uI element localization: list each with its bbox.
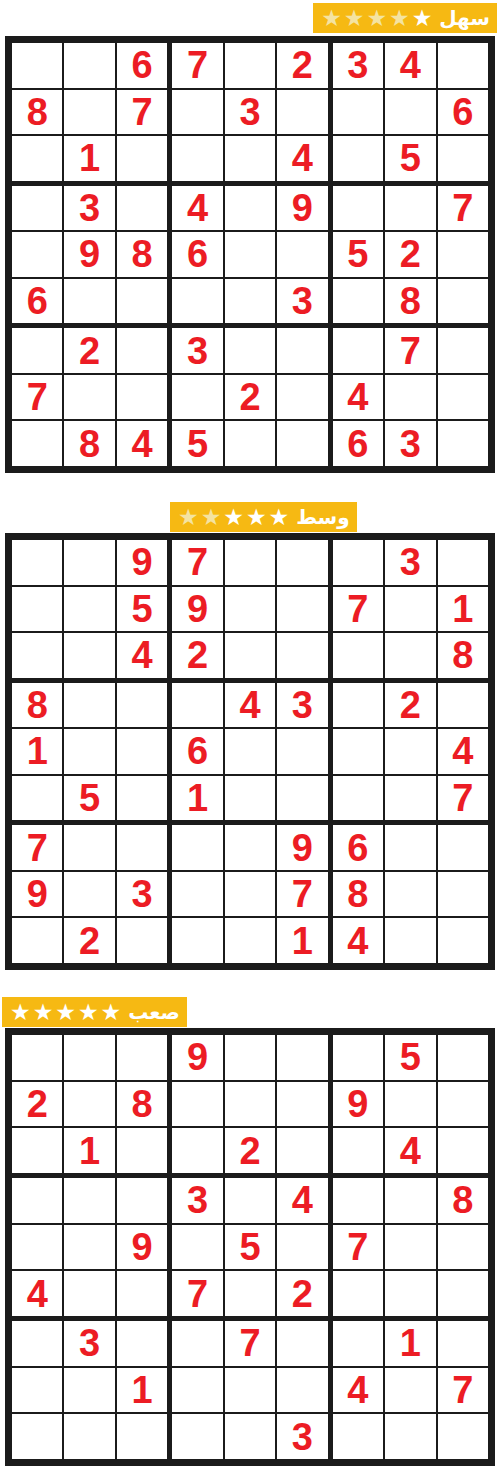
cell-r3c1[interactable] bbox=[12, 633, 62, 678]
cell-r4c9[interactable] bbox=[438, 683, 488, 728]
cell-r2c6[interactable] bbox=[277, 90, 327, 135]
sudoku-box: 792 bbox=[172, 540, 327, 678]
cell-r5c6[interactable] bbox=[277, 729, 327, 774]
cell-r9c3[interactable]: 4 bbox=[117, 421, 167, 466]
cell-r3c4[interactable] bbox=[172, 136, 222, 181]
cell-r1c8[interactable]: 4 bbox=[385, 43, 435, 88]
cell-r8c7[interactable]: 4 bbox=[333, 375, 383, 420]
cell-r3c2[interactable]: 1 bbox=[64, 1128, 114, 1173]
cell-r7c2[interactable] bbox=[64, 825, 114, 870]
star-filled-icon: ★ bbox=[412, 7, 433, 30]
cell-r5c1[interactable] bbox=[12, 232, 62, 277]
cell-r2c7[interactable]: 7 bbox=[333, 587, 383, 632]
cell-r3c8[interactable]: 4 bbox=[385, 1128, 435, 1173]
cell-r9c3[interactable] bbox=[117, 918, 167, 963]
cell-r3c1[interactable] bbox=[12, 136, 62, 181]
cell-r1c7[interactable] bbox=[333, 1035, 383, 1080]
cell-r7c7[interactable] bbox=[333, 328, 383, 373]
cell-r1c6[interactable] bbox=[277, 540, 327, 585]
cell-r2c5[interactable] bbox=[225, 587, 275, 632]
cell-r1c9[interactable] bbox=[438, 43, 488, 88]
cell-r5c3[interactable] bbox=[117, 729, 167, 774]
cell-r6c8[interactable] bbox=[385, 1271, 435, 1316]
cell-r3c2[interactable]: 1 bbox=[64, 136, 114, 181]
cell-r3c8[interactable] bbox=[385, 633, 435, 678]
sudoku-box: 94 bbox=[12, 1178, 167, 1316]
cell-r3c2[interactable] bbox=[64, 633, 114, 678]
cell-r2c7[interactable] bbox=[333, 90, 383, 135]
cell-r5c7[interactable] bbox=[333, 729, 383, 774]
cell-r4c3[interactable] bbox=[117, 683, 167, 728]
cell-r5c1[interactable]: 1 bbox=[12, 729, 62, 774]
cell-r6c8[interactable] bbox=[385, 776, 435, 821]
cell-r9c2[interactable] bbox=[64, 1414, 114, 1459]
cell-r7c2[interactable]: 2 bbox=[64, 328, 114, 373]
difficulty-banner-hard: صعب ★★★★★ bbox=[2, 997, 187, 1027]
sudoku-box: 7528 bbox=[333, 186, 488, 324]
sudoku-box: 4963 bbox=[172, 186, 327, 324]
cell-r2c6[interactable] bbox=[277, 587, 327, 632]
cell-r7c6[interactable] bbox=[277, 328, 327, 373]
cell-r1c3[interactable] bbox=[117, 1035, 167, 1080]
cell-r2c9[interactable]: 6 bbox=[438, 90, 488, 135]
cell-r3c3[interactable]: 4 bbox=[117, 633, 167, 678]
cell-r7c8[interactable]: 1 bbox=[385, 1321, 435, 1366]
cell-r8c2[interactable] bbox=[64, 375, 114, 420]
cell-r2c4[interactable] bbox=[172, 1082, 222, 1127]
cell-r9c7[interactable] bbox=[333, 1414, 383, 1459]
cell-r2c8[interactable] bbox=[385, 90, 435, 135]
cell-r4c6[interactable]: 3 bbox=[277, 683, 327, 728]
cell-r7c3[interactable] bbox=[117, 328, 167, 373]
cell-r3c7[interactable] bbox=[333, 136, 383, 181]
sudoku-box: 4361 bbox=[172, 683, 327, 821]
cell-r8c5[interactable] bbox=[225, 872, 275, 917]
cell-r1c4[interactable]: 7 bbox=[172, 540, 222, 585]
cell-r9c9[interactable] bbox=[438, 918, 488, 963]
cell-r2c4[interactable] bbox=[172, 90, 222, 135]
cell-r5c2[interactable] bbox=[64, 1225, 114, 1270]
cell-r5c9[interactable] bbox=[438, 232, 488, 277]
cell-r9c1[interactable] bbox=[12, 918, 62, 963]
difficulty-banner-easy: سهل ★★★★★ bbox=[313, 3, 497, 33]
cell-r6c2[interactable]: 5 bbox=[64, 776, 114, 821]
cell-r1c1[interactable] bbox=[12, 43, 62, 88]
cell-r2c7[interactable]: 9 bbox=[333, 1082, 383, 1127]
star-empty-icon: ★ bbox=[389, 7, 410, 30]
cell-r6c3[interactable] bbox=[117, 279, 167, 324]
cell-r4c6[interactable]: 9 bbox=[277, 186, 327, 231]
cell-r4c4[interactable]: 3 bbox=[172, 1178, 222, 1223]
cell-r7c3[interactable] bbox=[117, 825, 167, 870]
sudoku-box: 3986 bbox=[12, 186, 167, 324]
cell-r5c2[interactable] bbox=[64, 729, 114, 774]
cell-r7c5[interactable]: 7 bbox=[225, 1321, 275, 1366]
cell-r5c9[interactable] bbox=[438, 1225, 488, 1270]
cell-r8c9[interactable]: 7 bbox=[438, 1368, 488, 1413]
cell-r2c4[interactable]: 9 bbox=[172, 587, 222, 632]
cell-r5c4[interactable]: 6 bbox=[172, 232, 222, 277]
star-empty-icon: ★ bbox=[366, 7, 387, 30]
cell-r2c8[interactable] bbox=[385, 1082, 435, 1127]
cell-r8c1[interactable]: 9 bbox=[12, 872, 62, 917]
cell-r8c5[interactable]: 2 bbox=[225, 375, 275, 420]
cell-r5c5[interactable] bbox=[225, 729, 275, 774]
cell-r6c6[interactable]: 3 bbox=[277, 279, 327, 324]
star-filled-icon: ★ bbox=[78, 1001, 99, 1024]
cell-r7c4[interactable] bbox=[172, 825, 222, 870]
cell-r7c8[interactable]: 7 bbox=[385, 328, 435, 373]
cell-r6c4[interactable]: 7 bbox=[172, 1271, 222, 1316]
sudoku-box: 6871 bbox=[12, 43, 167, 181]
cell-r8c6[interactable] bbox=[277, 1368, 327, 1413]
sudoku-box: 684 bbox=[333, 825, 488, 963]
cell-r1c5[interactable] bbox=[225, 43, 275, 88]
cell-r2c3[interactable]: 8 bbox=[117, 1082, 167, 1127]
cell-r2c1[interactable]: 2 bbox=[12, 1082, 62, 1127]
star-rating-medium: ★★★★★ bbox=[177, 506, 290, 529]
sudoku-box: 7234 bbox=[172, 43, 327, 181]
difficulty-label-easy: سهل bbox=[439, 8, 490, 28]
cell-r7c5[interactable] bbox=[225, 825, 275, 870]
cell-r4c4[interactable]: 4 bbox=[172, 186, 222, 231]
cell-r6c4[interactable] bbox=[172, 279, 222, 324]
sudoku-box: 325 bbox=[172, 328, 327, 466]
cell-r5c2[interactable]: 9 bbox=[64, 232, 114, 277]
cell-r8c9[interactable] bbox=[438, 375, 488, 420]
cell-r4c7[interactable] bbox=[333, 1178, 383, 1223]
cell-r6c2[interactable] bbox=[64, 279, 114, 324]
cell-r2c1[interactable]: 8 bbox=[12, 90, 62, 135]
cell-r4c2[interactable] bbox=[64, 683, 114, 728]
sudoku-box: 281 bbox=[12, 1035, 167, 1173]
sudoku-box: 971 bbox=[172, 825, 327, 963]
cell-r7c1[interactable] bbox=[12, 1321, 62, 1366]
cell-r4c3[interactable] bbox=[117, 186, 167, 231]
cell-r3c9[interactable] bbox=[438, 1128, 488, 1173]
cell-r6c4[interactable]: 1 bbox=[172, 776, 222, 821]
cell-r3c5[interactable] bbox=[225, 136, 275, 181]
difficulty-label-medium: وسط bbox=[296, 507, 350, 527]
cell-r8c4[interactable] bbox=[172, 375, 222, 420]
cell-r7c4[interactable]: 3 bbox=[172, 328, 222, 373]
cell-r4c2[interactable]: 3 bbox=[64, 186, 114, 231]
cell-r4c5[interactable] bbox=[225, 1178, 275, 1223]
cell-r7c8[interactable] bbox=[385, 825, 435, 870]
cell-r6c5[interactable] bbox=[225, 279, 275, 324]
cell-r8c2[interactable] bbox=[64, 872, 114, 917]
cell-r7c2[interactable]: 3 bbox=[64, 1321, 114, 1366]
cell-r9c1[interactable] bbox=[12, 421, 62, 466]
cell-r3c1[interactable] bbox=[12, 1128, 62, 1173]
cell-r8c6[interactable]: 7 bbox=[277, 872, 327, 917]
sudoku-box: 3718 bbox=[333, 540, 488, 678]
cell-r9c9[interactable] bbox=[438, 1414, 488, 1459]
cell-r8c1[interactable]: 7 bbox=[12, 375, 62, 420]
cell-r9c4[interactable] bbox=[172, 1414, 222, 1459]
sudoku-box: 247 bbox=[333, 683, 488, 821]
cell-r9c4[interactable] bbox=[172, 918, 222, 963]
star-rating-hard: ★★★★★ bbox=[9, 1001, 122, 1024]
cell-r8c3[interactable]: 1 bbox=[117, 1368, 167, 1413]
cell-r9c5[interactable] bbox=[225, 918, 275, 963]
cell-r5c8[interactable] bbox=[385, 729, 435, 774]
cell-r6c9[interactable] bbox=[438, 1271, 488, 1316]
cell-r8c8[interactable] bbox=[385, 375, 435, 420]
sudoku-box: 2784 bbox=[12, 328, 167, 466]
cell-r8c1[interactable] bbox=[12, 1368, 62, 1413]
cell-r3c7[interactable] bbox=[333, 1128, 383, 1173]
cell-r5c7[interactable]: 5 bbox=[333, 232, 383, 277]
cell-r4c1[interactable] bbox=[12, 1178, 62, 1223]
sudoku-box: 3465 bbox=[333, 43, 488, 181]
cell-r1c6[interactable]: 2 bbox=[277, 43, 327, 88]
sudoku-board-medium: 954792371881543612477932971684 bbox=[5, 533, 495, 970]
cell-r8c5[interactable] bbox=[225, 1368, 275, 1413]
cell-r3c6[interactable] bbox=[277, 1128, 327, 1173]
sudoku-box: 92 bbox=[172, 1035, 327, 1173]
cell-r1c3[interactable]: 9 bbox=[117, 540, 167, 585]
cell-r4c8[interactable] bbox=[385, 1178, 435, 1223]
cell-r2c2[interactable] bbox=[64, 1082, 114, 1127]
cell-r6c7[interactable] bbox=[333, 1271, 383, 1316]
cell-r5c5[interactable] bbox=[225, 232, 275, 277]
cell-r2c5[interactable] bbox=[225, 1082, 275, 1127]
cell-r2c8[interactable] bbox=[385, 587, 435, 632]
cell-r6c7[interactable] bbox=[333, 279, 383, 324]
cell-r6c6[interactable]: 2 bbox=[277, 1271, 327, 1316]
cell-r4c4[interactable] bbox=[172, 683, 222, 728]
sudoku-box: 31 bbox=[12, 1321, 167, 1459]
sudoku-board-hard: 281925949434572873173147 bbox=[5, 1028, 495, 1466]
sudoku-box: 7932 bbox=[12, 825, 167, 963]
cell-r8c3[interactable]: 3 bbox=[117, 872, 167, 917]
sudoku-box: 7463 bbox=[333, 328, 488, 466]
star-filled-icon: ★ bbox=[55, 1001, 76, 1024]
cell-r6c5[interactable] bbox=[225, 776, 275, 821]
cell-r3c5[interactable]: 2 bbox=[225, 1128, 275, 1173]
sudoku-page: سهل ★★★★★ 687172343465398649637528278432… bbox=[0, 0, 500, 1472]
cell-r5c4[interactable] bbox=[172, 1225, 222, 1270]
cell-r2c2[interactable] bbox=[64, 587, 114, 632]
cell-r7c7[interactable]: 6 bbox=[333, 825, 383, 870]
cell-r7c4[interactable] bbox=[172, 1321, 222, 1366]
cell-r9c3[interactable] bbox=[117, 1414, 167, 1459]
star-filled-icon: ★ bbox=[101, 1001, 122, 1024]
cell-r1c7[interactable] bbox=[333, 540, 383, 585]
cell-r3c6[interactable] bbox=[277, 633, 327, 678]
cell-r1c1[interactable] bbox=[12, 540, 62, 585]
cell-r1c1[interactable] bbox=[12, 1035, 62, 1080]
cell-r1c9[interactable] bbox=[438, 540, 488, 585]
cell-r5c6[interactable] bbox=[277, 232, 327, 277]
cell-r8c6[interactable] bbox=[277, 375, 327, 420]
star-filled-icon: ★ bbox=[223, 506, 244, 529]
cell-r9c8[interactable]: 3 bbox=[385, 421, 435, 466]
cell-r9c8[interactable] bbox=[385, 1414, 435, 1459]
star-empty-icon: ★ bbox=[201, 506, 222, 529]
sudoku-box: 73 bbox=[172, 1321, 327, 1459]
cell-r7c3[interactable] bbox=[117, 1321, 167, 1366]
cell-r6c9[interactable]: 7 bbox=[438, 776, 488, 821]
cell-r4c2[interactable] bbox=[64, 1178, 114, 1223]
sudoku-box: 594 bbox=[333, 1035, 488, 1173]
cell-r9c6[interactable] bbox=[277, 421, 327, 466]
cell-r8c8[interactable] bbox=[385, 872, 435, 917]
cell-r3c4[interactable]: 2 bbox=[172, 633, 222, 678]
cell-r5c1[interactable] bbox=[12, 1225, 62, 1270]
cell-r5c5[interactable]: 5 bbox=[225, 1225, 275, 1270]
star-rating-easy: ★★★★★ bbox=[320, 7, 433, 30]
cell-r5c3[interactable]: 9 bbox=[117, 1225, 167, 1270]
cell-r9c2[interactable]: 2 bbox=[64, 918, 114, 963]
star-filled-icon: ★ bbox=[33, 1001, 54, 1024]
cell-r7c6[interactable] bbox=[277, 1321, 327, 1366]
cell-r9c1[interactable] bbox=[12, 1414, 62, 1459]
cell-r6c1[interactable]: 4 bbox=[12, 1271, 62, 1316]
cell-r9c6[interactable]: 3 bbox=[277, 1414, 327, 1459]
cell-r3c4[interactable] bbox=[172, 1128, 222, 1173]
cell-r2c9[interactable] bbox=[438, 1082, 488, 1127]
star-empty-icon: ★ bbox=[321, 7, 342, 30]
cell-r8c4[interactable] bbox=[172, 872, 222, 917]
cell-r2c5[interactable]: 3 bbox=[225, 90, 275, 135]
sudoku-box: 34572 bbox=[172, 1178, 327, 1316]
cell-r6c1[interactable] bbox=[12, 776, 62, 821]
cell-r4c9[interactable]: 7 bbox=[438, 186, 488, 231]
difficulty-label-hard: صعب bbox=[128, 1002, 180, 1022]
cell-r1c5[interactable] bbox=[225, 1035, 275, 1080]
cell-r1c8[interactable]: 3 bbox=[385, 540, 435, 585]
sudoku-box: 147 bbox=[333, 1321, 488, 1459]
cell-r6c8[interactable]: 8 bbox=[385, 279, 435, 324]
cell-r7c9[interactable] bbox=[438, 328, 488, 373]
sudoku-box: 815 bbox=[12, 683, 167, 821]
sudoku-board-easy: 68717234346539864963752827843257463 bbox=[5, 36, 495, 473]
cell-r9c7[interactable]: 6 bbox=[333, 421, 383, 466]
cell-r9c6[interactable]: 1 bbox=[277, 918, 327, 963]
cell-r5c8[interactable] bbox=[385, 1225, 435, 1270]
cell-r9c9[interactable] bbox=[438, 421, 488, 466]
cell-r3c3[interactable] bbox=[117, 136, 167, 181]
cell-r9c7[interactable]: 4 bbox=[333, 918, 383, 963]
cell-r4c1[interactable]: 8 bbox=[12, 683, 62, 728]
cell-r7c9[interactable] bbox=[438, 825, 488, 870]
cell-r9c5[interactable] bbox=[225, 421, 275, 466]
cell-r6c5[interactable] bbox=[225, 1271, 275, 1316]
cell-r4c5[interactable] bbox=[225, 186, 275, 231]
cell-r2c3[interactable]: 7 bbox=[117, 90, 167, 135]
cell-r6c6[interactable] bbox=[277, 776, 327, 821]
cell-r5c4[interactable]: 6 bbox=[172, 729, 222, 774]
cell-r2c2[interactable] bbox=[64, 90, 114, 135]
cell-r9c2[interactable]: 8 bbox=[64, 421, 114, 466]
cell-r3c5[interactable] bbox=[225, 633, 275, 678]
cell-r1c8[interactable]: 5 bbox=[385, 1035, 435, 1080]
cell-r9c4[interactable]: 5 bbox=[172, 421, 222, 466]
cell-r4c1[interactable] bbox=[12, 186, 62, 231]
cell-r8c8[interactable] bbox=[385, 1368, 435, 1413]
cell-r7c7[interactable] bbox=[333, 1321, 383, 1366]
cell-r4c8[interactable]: 2 bbox=[385, 683, 435, 728]
cell-r3c9[interactable]: 8 bbox=[438, 633, 488, 678]
cell-r4c8[interactable] bbox=[385, 186, 435, 231]
cell-r4c7[interactable] bbox=[333, 683, 383, 728]
cell-r5c3[interactable]: 8 bbox=[117, 232, 167, 277]
cell-r7c5[interactable] bbox=[225, 328, 275, 373]
cell-r8c7[interactable]: 4 bbox=[333, 1368, 383, 1413]
star-filled-icon: ★ bbox=[10, 1001, 31, 1024]
cell-r1c6[interactable] bbox=[277, 1035, 327, 1080]
cell-r1c7[interactable]: 3 bbox=[333, 43, 383, 88]
cell-r3c7[interactable] bbox=[333, 633, 383, 678]
difficulty-banner-medium: وسط ★★★★★ bbox=[170, 502, 357, 532]
cell-r6c3[interactable] bbox=[117, 1271, 167, 1316]
cell-r3c8[interactable]: 5 bbox=[385, 136, 435, 181]
cell-r3c3[interactable] bbox=[117, 1128, 167, 1173]
cell-r1c2[interactable] bbox=[64, 1035, 114, 1080]
cell-r9c8[interactable] bbox=[385, 918, 435, 963]
cell-r6c9[interactable] bbox=[438, 279, 488, 324]
cell-r6c7[interactable] bbox=[333, 776, 383, 821]
cell-r4c6[interactable]: 4 bbox=[277, 1178, 327, 1223]
star-empty-icon: ★ bbox=[178, 506, 199, 529]
cell-r6c1[interactable]: 6 bbox=[12, 279, 62, 324]
cell-r3c6[interactable]: 4 bbox=[277, 136, 327, 181]
cell-r4c5[interactable]: 4 bbox=[225, 683, 275, 728]
cell-r7c1[interactable]: 7 bbox=[12, 825, 62, 870]
cell-r1c2[interactable] bbox=[64, 43, 114, 88]
cell-r2c6[interactable] bbox=[277, 1082, 327, 1127]
cell-r4c9[interactable]: 8 bbox=[438, 1178, 488, 1223]
cell-r4c7[interactable] bbox=[333, 186, 383, 231]
cell-r5c6[interactable] bbox=[277, 1225, 327, 1270]
cell-r3c9[interactable] bbox=[438, 136, 488, 181]
cell-r5c8[interactable]: 2 bbox=[385, 232, 435, 277]
cell-r7c9[interactable] bbox=[438, 1321, 488, 1366]
cell-r6c3[interactable] bbox=[117, 776, 167, 821]
cell-r2c9[interactable]: 1 bbox=[438, 587, 488, 632]
cell-r8c4[interactable] bbox=[172, 1368, 222, 1413]
sudoku-box: 87 bbox=[333, 1178, 488, 1316]
cell-r4c3[interactable] bbox=[117, 1178, 167, 1223]
star-filled-icon: ★ bbox=[269, 506, 290, 529]
cell-r7c1[interactable] bbox=[12, 328, 62, 373]
cell-r5c7[interactable]: 7 bbox=[333, 1225, 383, 1270]
cell-r8c9[interactable] bbox=[438, 872, 488, 917]
cell-r7c6[interactable]: 9 bbox=[277, 825, 327, 870]
cell-r1c4[interactable]: 7 bbox=[172, 43, 222, 88]
star-empty-icon: ★ bbox=[344, 7, 365, 30]
cell-r8c3[interactable] bbox=[117, 375, 167, 420]
cell-r1c4[interactable]: 9 bbox=[172, 1035, 222, 1080]
cell-r2c3[interactable]: 5 bbox=[117, 587, 167, 632]
cell-r8c2[interactable] bbox=[64, 1368, 114, 1413]
cell-r5c9[interactable]: 4 bbox=[438, 729, 488, 774]
cell-r1c2[interactable] bbox=[64, 540, 114, 585]
cell-r1c9[interactable] bbox=[438, 1035, 488, 1080]
cell-r8c7[interactable]: 8 bbox=[333, 872, 383, 917]
cell-r1c5[interactable] bbox=[225, 540, 275, 585]
cell-r1c3[interactable]: 6 bbox=[117, 43, 167, 88]
sudoku-box: 954 bbox=[12, 540, 167, 678]
cell-r6c2[interactable] bbox=[64, 1271, 114, 1316]
star-filled-icon: ★ bbox=[246, 506, 267, 529]
cell-r9c5[interactable] bbox=[225, 1414, 275, 1459]
cell-r2c1[interactable] bbox=[12, 587, 62, 632]
